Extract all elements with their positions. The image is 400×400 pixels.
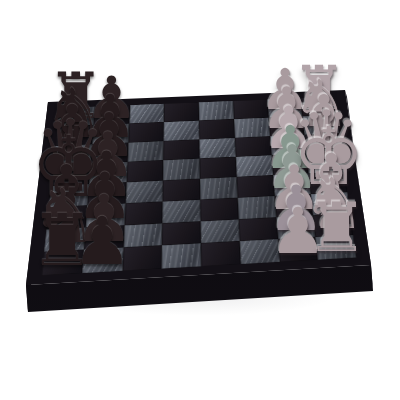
board-square[interactable] — [164, 120, 200, 140]
board-square[interactable] — [164, 102, 199, 122]
chess-piece-black-pawn[interactable]: ♟ — [73, 208, 132, 274]
board-square[interactable] — [200, 157, 237, 179]
chess-set-photo: ♜♟♟♜♞♟♟♞♝♟♟♝♛♟♟♛♚♟♟♚♝♟♟♝♞♟♟♞♜♟♟♜ — [0, 0, 400, 400]
board-square[interactable] — [163, 159, 200, 181]
chess-piece-white-rook[interactable]: ♜ — [306, 193, 367, 261]
board-square[interactable] — [201, 219, 240, 243]
board-square[interactable] — [200, 198, 238, 221]
board-square[interactable] — [162, 199, 200, 223]
board-square[interactable] — [199, 101, 234, 121]
board-square[interactable] — [162, 221, 201, 245]
board-square[interactable] — [201, 241, 241, 266]
board-square[interactable] — [163, 179, 200, 202]
board-square[interactable] — [200, 177, 237, 200]
board-square[interactable] — [199, 119, 235, 139]
board-square[interactable] — [163, 139, 199, 160]
board-square[interactable] — [199, 138, 235, 159]
board-square[interactable] — [162, 243, 202, 268]
